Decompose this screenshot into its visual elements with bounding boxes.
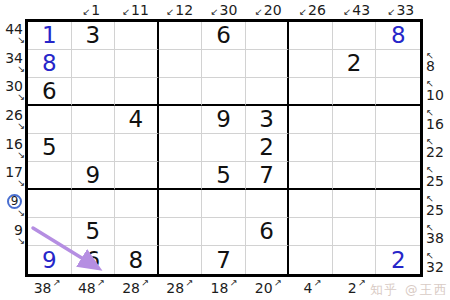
cell-r8c1[interactable]: [28, 218, 72, 246]
watermark: 知乎 @王西: [370, 282, 448, 299]
clue-number: 48: [78, 281, 96, 295]
clue-number: 20: [255, 281, 273, 295]
clue-bottom-3: 28↗: [113, 277, 157, 300]
cell-r4c4[interactable]: [159, 106, 203, 134]
cell-r5c7[interactable]: [289, 134, 333, 162]
clue-number: 38: [426, 231, 444, 245]
cell-r9c3[interactable]: 8: [115, 246, 159, 274]
cell-r1c5[interactable]: 6: [202, 22, 246, 50]
up-right-arrow-icon: ↗: [313, 278, 321, 288]
clue-number: 28: [122, 281, 140, 295]
cell-r1c2[interactable]: 3: [72, 22, 116, 50]
clue-number: 33: [396, 3, 414, 17]
clue-number: 4: [303, 281, 312, 295]
clue-left-2: 34↘: [0, 48, 25, 77]
cell-r8c8[interactable]: [333, 218, 377, 246]
down-left-arrow-icon: ↙: [122, 7, 130, 17]
clue-number: 8: [426, 59, 435, 73]
clue-right-1: [423, 19, 450, 48]
cell-r1c7[interactable]: [289, 22, 333, 50]
cell-r4c2[interactable]: [72, 106, 116, 134]
clue-left-1: 44↘: [0, 19, 25, 48]
left-clues: 44↘34↘30↘26↘16↘17↘9↘9↘: [0, 19, 25, 277]
clue-bottom-7: 4↗: [290, 277, 334, 300]
cell-r9c1[interactable]: 9: [28, 246, 72, 274]
clue-left-3: 30↘: [0, 76, 25, 105]
clue-number: 1: [91, 3, 100, 17]
clue-number: 38: [34, 281, 52, 295]
clue-top-3: ↙11: [113, 0, 157, 19]
clue-left-7: 9↘: [0, 191, 25, 220]
down-right-arrow-icon: ↘: [17, 35, 25, 45]
clue-left-8: 9↘: [0, 220, 25, 249]
cell-r6c8[interactable]: [333, 162, 377, 190]
down-right-arrow-icon: ↘: [17, 64, 25, 74]
cell-r3c3[interactable]: [115, 78, 159, 106]
cell-r2c4[interactable]: [159, 50, 203, 78]
cell-r9c8[interactable]: [333, 246, 377, 274]
cell-r6c3[interactable]: [115, 162, 159, 190]
clue-number: 30: [220, 3, 238, 17]
cell-r2c1[interactable]: 8: [28, 50, 72, 78]
down-left-arrow-icon: ↙: [82, 7, 90, 17]
clue-number: 25: [426, 174, 444, 188]
cell-r4c3[interactable]: 4: [115, 106, 159, 134]
cell-r9c7[interactable]: [289, 246, 333, 274]
clue-number: 28: [166, 281, 184, 295]
down-right-arrow-icon: ↘: [17, 236, 25, 246]
right-clues: ↖8↖10↖16↖22↖25↖25↖38↖32: [423, 19, 450, 277]
cell-r8c2[interactable]: 5: [72, 218, 116, 246]
sudoku-board: 1368826493529575696872: [25, 19, 423, 277]
clue-bottom-5: 18↗: [202, 277, 246, 300]
clue-number: 32: [426, 260, 444, 274]
cell-r9c4[interactable]: [159, 246, 203, 274]
clue-number: 16: [426, 117, 444, 131]
cell-r2c9[interactable]: [376, 50, 420, 78]
clue-right-5: ↖22: [423, 134, 450, 163]
cell-r3c7[interactable]: [289, 78, 333, 106]
cell-r1c3[interactable]: [115, 22, 159, 50]
top-clues: ↙1↙11↙12↙30↙20↙26↙43↙33: [25, 0, 423, 19]
cell-r5c1[interactable]: 5: [28, 134, 72, 162]
cell-r8c4[interactable]: [159, 218, 203, 246]
cell-r7c1[interactable]: [28, 190, 72, 218]
cell-r6c1[interactable]: [28, 162, 72, 190]
cell-r5c2[interactable]: [72, 134, 116, 162]
cell-r4c9[interactable]: [376, 106, 420, 134]
up-right-arrow-icon: ↗: [141, 278, 149, 288]
clue-number: 10: [426, 88, 444, 102]
cell-r7c6[interactable]: [246, 190, 290, 218]
clue-right-4: ↖16: [423, 105, 450, 134]
clue-number: 25: [426, 203, 444, 217]
clue-left-5: 16↘: [0, 134, 25, 163]
cell-r5c9[interactable]: [376, 134, 420, 162]
cell-r5c8[interactable]: [333, 134, 377, 162]
down-left-arrow-icon: ↙: [387, 7, 395, 17]
cell-r5c3[interactable]: [115, 134, 159, 162]
down-right-arrow-icon: ↘: [17, 178, 25, 188]
down-left-arrow-icon: ↙: [343, 7, 351, 17]
clue-right-8: ↖38: [423, 220, 450, 249]
cell-r7c9[interactable]: [376, 190, 420, 218]
cell-r9c6[interactable]: [246, 246, 290, 274]
cell-r8c7[interactable]: [289, 218, 333, 246]
cell-r2c3[interactable]: [115, 50, 159, 78]
clue-left-4: 26↘: [0, 105, 25, 134]
cell-r4c7[interactable]: [289, 106, 333, 134]
cell-r3c6[interactable]: [246, 78, 290, 106]
clue-number: 22: [426, 145, 444, 159]
clue-right-2: ↖8: [423, 48, 450, 77]
cell-r7c2[interactable]: [72, 190, 116, 218]
cell-r3c1[interactable]: 6: [28, 78, 72, 106]
cell-r3c8[interactable]: [333, 78, 377, 106]
cell-r2c7[interactable]: [289, 50, 333, 78]
up-right-arrow-icon: ↗: [97, 278, 105, 288]
cell-r6c9[interactable]: [376, 162, 420, 190]
cell-r2c8[interactable]: 2: [333, 50, 377, 78]
cell-r9c5[interactable]: 7: [202, 246, 246, 274]
up-right-arrow-icon: ↗: [53, 278, 61, 288]
clue-right-3: ↖10: [423, 76, 450, 105]
cell-r4c1[interactable]: [28, 106, 72, 134]
down-right-arrow-icon: ↘: [17, 92, 25, 102]
cell-r3c2[interactable]: [72, 78, 116, 106]
cell-r3c9[interactable]: [376, 78, 420, 106]
cell-r8c6[interactable]: 6: [246, 218, 290, 246]
bottom-clues: 38↗48↗28↗28↗18↗20↗4↗2↗: [25, 277, 423, 300]
up-right-arrow-icon: ↗: [274, 278, 282, 288]
cell-r8c9[interactable]: [376, 218, 420, 246]
cell-r2c5[interactable]: [202, 50, 246, 78]
cell-r4c5[interactable]: 9: [202, 106, 246, 134]
cell-r1c1[interactable]: 1: [28, 22, 72, 50]
cell-r8c3[interactable]: [115, 218, 159, 246]
up-right-arrow-icon: ↗: [358, 278, 366, 288]
cell-r7c8[interactable]: [333, 190, 377, 218]
clue-left-6: 17↘: [0, 162, 25, 191]
up-right-arrow-icon: ↗: [185, 278, 193, 288]
clue-top-6: ↙20: [246, 0, 290, 19]
cell-r7c5[interactable]: [202, 190, 246, 218]
cell-r4c6[interactable]: 3: [246, 106, 290, 134]
cell-r5c5[interactable]: [202, 134, 246, 162]
cell-r2c2[interactable]: [72, 50, 116, 78]
cell-r5c6[interactable]: 2: [246, 134, 290, 162]
clue-bottom-4: 28↗: [158, 277, 202, 300]
clue-number: 20: [264, 3, 282, 17]
clue-top-4: ↙12: [158, 0, 202, 19]
cell-r1c9[interactable]: 8: [376, 22, 420, 50]
cell-r4c8[interactable]: [333, 106, 377, 134]
cell-r1c4[interactable]: [159, 22, 203, 50]
clue-right-6: ↖25: [423, 162, 450, 191]
cell-r7c7[interactable]: [289, 190, 333, 218]
cell-r8c5[interactable]: [202, 218, 246, 246]
cell-r9c2[interactable]: 6: [72, 246, 116, 274]
clue-number: 2: [348, 281, 357, 295]
clue-top-9: ↙33: [379, 0, 423, 19]
clue-number: 26: [308, 3, 326, 17]
clue-number: 11: [131, 3, 149, 17]
cell-r6c5[interactable]: 5: [202, 162, 246, 190]
clue-top-5: ↙30: [202, 0, 246, 19]
clue-top-2: ↙1: [69, 0, 113, 19]
down-left-arrow-icon: ↙: [299, 7, 307, 17]
cell-r3c4[interactable]: [159, 78, 203, 106]
clue-top-7: ↙26: [290, 0, 334, 19]
clue-top-1: [25, 0, 69, 19]
up-right-arrow-icon: ↗: [229, 278, 237, 288]
cell-r7c4[interactable]: [159, 190, 203, 218]
clue-bottom-2: 48↗: [69, 277, 113, 300]
clue-left-9: [0, 248, 25, 277]
clue-number: 18: [211, 281, 229, 295]
cell-r2c6[interactable]: [246, 50, 290, 78]
cell-r1c8[interactable]: [333, 22, 377, 50]
clue-bottom-6: 20↗: [246, 277, 290, 300]
cell-r9c9[interactable]: 2: [376, 246, 420, 274]
clue-right-9: ↖32: [423, 248, 450, 277]
down-right-arrow-icon: ↘: [17, 208, 25, 218]
down-right-arrow-icon: ↘: [17, 150, 25, 160]
down-right-arrow-icon: ↘: [17, 121, 25, 131]
down-left-arrow-icon: ↙: [211, 7, 219, 17]
little-killer-sudoku-screen: ↙1↙11↙12↙30↙20↙26↙43↙33 44↘34↘30↘26↘16↘1…: [0, 0, 450, 300]
cell-r5c4[interactable]: [159, 134, 203, 162]
clue-right-7: ↖25: [423, 191, 450, 220]
cell-r6c2[interactable]: 9: [72, 162, 116, 190]
cell-r6c7[interactable]: [289, 162, 333, 190]
clue-number: 12: [175, 3, 193, 17]
cell-r1c6[interactable]: [246, 22, 290, 50]
down-left-arrow-icon: ↙: [166, 7, 174, 17]
clue-number: 43: [352, 3, 370, 17]
cell-r6c4[interactable]: [159, 162, 203, 190]
clue-top-8: ↙43: [335, 0, 379, 19]
cell-r7c3[interactable]: [115, 190, 159, 218]
cell-r3c5[interactable]: [202, 78, 246, 106]
cell-r6c6[interactable]: 7: [246, 162, 290, 190]
down-left-arrow-icon: ↙: [255, 7, 263, 17]
clue-bottom-1: 38↗: [25, 277, 69, 300]
